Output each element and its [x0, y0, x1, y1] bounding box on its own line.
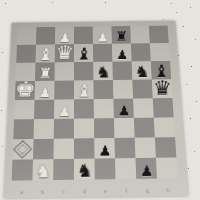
square-f7: ♟	[112, 43, 132, 61]
square-h5: ♛	[152, 79, 173, 98]
square-h8	[149, 26, 169, 44]
piece-black-queen-h5: ♛	[152, 78, 171, 98]
piece-white-king-a5: ♚	[14, 78, 37, 100]
square-f5	[113, 80, 133, 99]
square-c5	[54, 80, 74, 99]
square-f8: ♜	[111, 26, 130, 44]
square-h4	[153, 98, 174, 118]
square-h7	[150, 43, 170, 61]
square-e1	[94, 158, 115, 179]
photo-scene: ♟♟♜♝♛♝♟♜♞♞♝♚♟♝♛♟♟♟♞♞♟ abcdefgh ····	[0, 0, 200, 200]
piece-black-pawn-g1: ♟	[140, 164, 153, 178]
file-letter-c: c	[53, 188, 74, 196]
square-c3	[54, 119, 74, 139]
square-c2	[53, 138, 74, 159]
piece-white-pawn-e8: ♟	[96, 32, 109, 44]
square-f4: ♟	[113, 99, 133, 119]
file-letter-f: f	[116, 187, 137, 195]
square-e4	[94, 99, 114, 119]
piece-black-bishop-d7: ♝	[75, 46, 92, 63]
square-d1: ♞	[74, 159, 95, 180]
square-g2	[135, 137, 156, 158]
piece-black-knight-g6: ♞	[134, 64, 150, 80]
square-a3	[13, 119, 34, 139]
square-f3	[114, 118, 135, 138]
file-letter-d: d	[74, 187, 95, 195]
square-f2	[114, 138, 135, 159]
square-a7	[16, 45, 36, 63]
square-c6	[54, 62, 73, 81]
square-d5: ♝	[74, 80, 94, 99]
square-b7: ♝	[36, 44, 55, 62]
file-letter-b: b	[32, 188, 53, 196]
piece-black-pawn-f7: ♟	[115, 49, 128, 61]
square-b3	[34, 119, 54, 139]
square-g4	[133, 98, 154, 118]
piece-black-pawn-f4: ♟	[117, 105, 130, 118]
square-g8	[130, 26, 150, 44]
square-a2	[12, 139, 33, 160]
square-a5: ♚	[15, 81, 35, 100]
square-a4	[14, 100, 34, 120]
board-edge-marking: ····	[9, 69, 14, 77]
maker-stamp-icon	[13, 140, 32, 158]
file-letter-h: h	[157, 186, 178, 194]
square-b5: ♟	[35, 81, 55, 100]
square-g5	[132, 79, 152, 98]
square-d2	[74, 138, 95, 159]
table-speckle-texture	[0, 0, 1, 1]
square-d4	[74, 99, 94, 119]
square-e6: ♞	[93, 62, 113, 81]
piece-white-rook-b6: ♜	[37, 67, 52, 81]
square-e5	[93, 80, 113, 99]
square-g7	[131, 43, 151, 61]
chess-board: ♟♟♜♝♛♝♟♜♞♞♝♚♟♝♛♟♟♟♞♞♟	[12, 26, 178, 181]
square-h2	[155, 137, 177, 158]
piece-white-bishop-d5: ♝	[75, 82, 93, 99]
square-g1: ♟	[135, 158, 157, 179]
square-b1: ♞	[32, 159, 53, 180]
square-d3	[74, 118, 94, 138]
square-d6	[74, 62, 93, 81]
square-h3	[154, 117, 175, 137]
piece-white-queen-c7: ♛	[54, 43, 74, 62]
piece-black-knight-d1: ♞	[75, 161, 93, 179]
file-letter-g: g	[137, 186, 158, 194]
square-a1	[12, 159, 33, 180]
square-e3	[94, 118, 114, 138]
square-e8: ♟	[93, 26, 112, 44]
file-letter-a: a	[11, 188, 32, 196]
square-b8	[36, 27, 55, 45]
piece-black-knight-e6: ♞	[95, 64, 111, 80]
chess-board-frame: ♟♟♜♝♛♝♟♜♞♞♝♚♟♝♛♟♟♟♞♞♟ abcdefgh ····	[4, 21, 188, 198]
square-e2: ♟	[94, 138, 115, 159]
square-e7	[93, 44, 112, 62]
piece-white-knight-b1: ♞	[34, 162, 52, 180]
square-g3	[134, 118, 155, 138]
square-b6: ♜	[35, 62, 55, 81]
square-b2	[33, 139, 54, 160]
square-c7: ♛	[55, 44, 74, 62]
square-g6: ♞	[132, 61, 152, 80]
file-letter-e: e	[95, 187, 116, 195]
square-d7: ♝	[74, 44, 93, 62]
piece-white-bishop-b7: ♝	[36, 46, 54, 63]
piece-black-rook-f8: ♜	[114, 30, 128, 44]
piece-white-pawn-c4: ♟	[57, 105, 71, 118]
piece-black-pawn-e2: ♟	[98, 144, 112, 158]
square-f6	[112, 61, 132, 80]
square-c4: ♟	[54, 99, 74, 119]
square-h1	[156, 157, 178, 178]
square-f1	[115, 158, 136, 179]
square-c1	[53, 159, 74, 180]
board-edge-file-letters: abcdefgh	[11, 186, 179, 196]
square-a8	[17, 27, 36, 45]
piece-white-pawn-b5: ♟	[38, 87, 52, 100]
square-d8	[74, 26, 93, 44]
square-b4	[34, 100, 54, 120]
